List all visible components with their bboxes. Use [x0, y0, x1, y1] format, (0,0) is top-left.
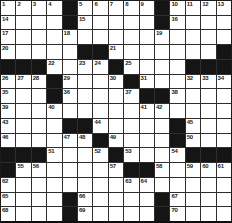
- cell-r14c12[interactable]: 67: [170, 193, 184, 207]
- cell-r10c5[interactable]: 47: [63, 134, 77, 148]
- black-cell-r7c11: [155, 89, 169, 103]
- cell-r1c2[interactable]: 2: [16, 1, 30, 15]
- cell-r12c3[interactable]: 56: [32, 163, 46, 177]
- cell-r1c14[interactable]: 12: [201, 1, 215, 15]
- cell-r12c5[interactable]: [63, 163, 77, 177]
- cell-r5c7[interactable]: 24: [93, 60, 107, 74]
- clue-number-44: 44: [94, 119, 100, 126]
- cell-r10c1[interactable]: 46: [1, 134, 15, 148]
- cell-r14c7[interactable]: [93, 193, 107, 207]
- clue-number-37: 37: [125, 89, 131, 96]
- cell-r10c6[interactable]: 48: [78, 134, 92, 148]
- cell-r8c5[interactable]: [63, 104, 77, 118]
- cell-r10c15[interactable]: [217, 134, 231, 148]
- clue-number-58: 58: [156, 163, 162, 170]
- cell-r9c7[interactable]: 44: [93, 119, 107, 133]
- cell-r2c4[interactable]: [47, 16, 61, 30]
- clue-number-66: 66: [79, 193, 85, 200]
- cell-r3c4[interactable]: [47, 30, 61, 44]
- cell-r6c3[interactable]: 28: [32, 75, 46, 89]
- clue-number-41: 41: [141, 104, 147, 111]
- cell-r1c10[interactable]: 9: [140, 1, 154, 15]
- crossword-grid: 1234567891011121314151617181920212223242…: [0, 0, 232, 223]
- clue-number-34: 34: [218, 75, 224, 82]
- cell-r2c8[interactable]: [109, 16, 123, 30]
- cell-r2c7[interactable]: [93, 16, 107, 30]
- clue-number-26: 26: [2, 75, 8, 82]
- black-cell-r6c9: [124, 75, 138, 89]
- cell-r8c10[interactable]: 41: [140, 104, 154, 118]
- cell-r13c15[interactable]: [217, 178, 231, 192]
- black-cell-r10c7: [93, 134, 107, 148]
- cell-r7c8[interactable]: [109, 89, 123, 103]
- cell-r8c12[interactable]: [170, 104, 184, 118]
- clue-number-38: 38: [171, 89, 177, 96]
- cell-r9c4[interactable]: [47, 119, 61, 133]
- clue-number-69: 69: [79, 207, 85, 214]
- cell-r13c4[interactable]: [47, 178, 61, 192]
- cell-r12c8[interactable]: 57: [109, 163, 123, 177]
- cell-r7c6[interactable]: [78, 89, 92, 103]
- cell-r1c4[interactable]: 4: [47, 1, 61, 15]
- cell-r13c6[interactable]: [78, 178, 92, 192]
- cell-r9c2[interactable]: [16, 119, 30, 133]
- cell-r7c9[interactable]: 37: [124, 89, 138, 103]
- cell-r10c11[interactable]: [155, 134, 169, 148]
- black-cell-r4c6: [78, 45, 92, 59]
- cell-r9c10[interactable]: [140, 119, 154, 133]
- clue-number-9: 9: [141, 1, 144, 8]
- black-cell-r5c14: [201, 60, 215, 74]
- cell-r3c12[interactable]: [170, 30, 184, 44]
- cell-r11c7[interactable]: 52: [93, 148, 107, 162]
- cell-r6c6[interactable]: [78, 75, 92, 89]
- clue-number-16: 16: [171, 16, 177, 23]
- cell-r15c1[interactable]: 68: [1, 207, 15, 221]
- cell-r14c10[interactable]: [140, 193, 154, 207]
- clue-number-42: 42: [156, 104, 162, 111]
- black-cell-r5c2: [16, 60, 30, 74]
- clue-number-2: 2: [17, 1, 20, 8]
- clue-number-8: 8: [125, 1, 128, 8]
- cell-r4c11[interactable]: [155, 45, 169, 59]
- cell-r7c1[interactable]: 35: [1, 89, 15, 103]
- cell-r6c13[interactable]: 32: [186, 75, 200, 89]
- cell-r5c4[interactable]: 22: [47, 60, 61, 74]
- clue-number-55: 55: [17, 163, 23, 170]
- cell-r3c9[interactable]: [124, 30, 138, 44]
- black-cell-r5c13: [186, 60, 200, 74]
- cell-r14c1[interactable]: 65: [1, 193, 15, 207]
- cell-r7c5[interactable]: 36: [63, 89, 77, 103]
- clue-number-11: 11: [187, 1, 193, 8]
- cell-r6c12[interactable]: [170, 75, 184, 89]
- cell-r9c13[interactable]: 45: [186, 119, 200, 133]
- cell-r1c1[interactable]: 1: [1, 1, 15, 15]
- cell-r6c2[interactable]: 27: [16, 75, 30, 89]
- clue-number-36: 36: [64, 89, 70, 96]
- clue-number-39: 39: [2, 104, 8, 111]
- cell-r13c1[interactable]: 62: [1, 178, 15, 192]
- black-cell-r10c12: [170, 134, 184, 148]
- clue-number-60: 60: [202, 163, 208, 170]
- cell-r4c4[interactable]: [47, 45, 61, 59]
- cell-r3c7[interactable]: [93, 30, 107, 44]
- black-cell-r12c9: [124, 163, 138, 177]
- cell-r4c9[interactable]: [124, 45, 138, 59]
- cell-r12c12[interactable]: [170, 163, 184, 177]
- cell-r15c2[interactable]: [16, 207, 30, 221]
- cell-r7c2[interactable]: [16, 89, 30, 103]
- cell-r12c7[interactable]: [93, 163, 107, 177]
- cell-r13c8[interactable]: [109, 178, 123, 192]
- clue-number-54: 54: [171, 148, 177, 155]
- cell-r4c12[interactable]: [170, 45, 184, 59]
- black-cell-r6c4: [47, 75, 61, 89]
- cell-r10c13[interactable]: 50: [186, 134, 200, 148]
- cell-r9c14[interactable]: [201, 119, 215, 133]
- clue-number-70: 70: [171, 207, 177, 214]
- clue-number-23: 23: [79, 60, 85, 67]
- clue-number-10: 10: [171, 1, 177, 8]
- clue-number-59: 59: [187, 163, 193, 170]
- cell-r13c7[interactable]: [93, 178, 107, 192]
- black-cell-r2c11: [155, 16, 169, 30]
- black-cell-r14c5: [63, 193, 77, 207]
- cell-r9c11[interactable]: [155, 119, 169, 133]
- cell-r15c15[interactable]: [217, 207, 231, 221]
- cell-r11c6[interactable]: [78, 148, 92, 162]
- clue-number-27: 27: [17, 75, 23, 82]
- cell-r10c3[interactable]: [32, 134, 46, 148]
- cell-r12c13[interactable]: 59: [186, 163, 200, 177]
- black-cell-r4c7: [93, 45, 107, 59]
- clue-number-21: 21: [110, 45, 116, 52]
- clue-number-19: 19: [156, 30, 162, 37]
- clue-number-3: 3: [33, 1, 36, 8]
- clue-number-13: 13: [218, 1, 224, 8]
- cell-r2c1[interactable]: 14: [1, 16, 15, 30]
- cell-r6c11[interactable]: [155, 75, 169, 89]
- clue-number-62: 62: [2, 178, 8, 185]
- black-cell-r9c12: [170, 119, 184, 133]
- cell-r1c13[interactable]: 11: [186, 1, 200, 15]
- cell-r8c1[interactable]: 39: [1, 104, 15, 118]
- cell-r11c9[interactable]: 53: [124, 148, 138, 162]
- clue-number-50: 50: [187, 134, 193, 141]
- cell-r3c5[interactable]: 18: [63, 30, 77, 44]
- cell-r4c5[interactable]: [63, 45, 77, 59]
- clue-number-61: 61: [218, 163, 224, 170]
- black-cell-r12c10: [140, 163, 154, 177]
- cell-r8c9[interactable]: [124, 104, 138, 118]
- cell-r5c5[interactable]: [63, 60, 77, 74]
- cell-r3c14[interactable]: [201, 30, 215, 44]
- cell-r14c6[interactable]: 66: [78, 193, 92, 207]
- cell-r12c2[interactable]: 55: [16, 163, 30, 177]
- cell-r7c15[interactable]: [217, 89, 231, 103]
- cell-r8c11[interactable]: 42: [155, 104, 169, 118]
- cell-r4c13[interactable]: [186, 45, 200, 59]
- cell-r5c12[interactable]: [170, 60, 184, 74]
- black-cell-r15c5: [63, 207, 77, 221]
- cell-r15c9[interactable]: [124, 207, 138, 221]
- cell-r13c12[interactable]: [170, 178, 184, 192]
- cell-r10c10[interactable]: [140, 134, 154, 148]
- black-cell-r11c13: [186, 148, 200, 162]
- cell-r14c14[interactable]: [201, 193, 215, 207]
- cell-r9c9[interactable]: [124, 119, 138, 133]
- black-cell-r11c8: [109, 148, 123, 162]
- cell-r4c8[interactable]: 21: [109, 45, 123, 59]
- cell-r9c15[interactable]: [217, 119, 231, 133]
- cell-r11c10[interactable]: [140, 148, 154, 162]
- clue-number-35: 35: [2, 89, 8, 96]
- black-cell-r7c4: [47, 89, 61, 103]
- cell-r4c1[interactable]: 20: [1, 45, 15, 59]
- clue-number-57: 57: [110, 163, 116, 170]
- cell-r15c7[interactable]: [93, 207, 107, 221]
- cell-r14c8[interactable]: [109, 193, 123, 207]
- clue-number-49: 49: [110, 134, 116, 141]
- clue-number-33: 33: [202, 75, 208, 82]
- cell-r13c13[interactable]: [186, 178, 200, 192]
- black-cell-r15c11: [155, 207, 169, 221]
- cell-r7c13[interactable]: [186, 89, 200, 103]
- cell-r2c12[interactable]: 16: [170, 16, 184, 30]
- black-cell-r5c15: [217, 60, 231, 74]
- cell-r13c2[interactable]: [16, 178, 30, 192]
- cell-r3c13[interactable]: [186, 30, 200, 44]
- crossword-puzzle: 1234567891011121314151617181920212223242…: [0, 0, 232, 223]
- black-cell-r9c6: [78, 119, 92, 133]
- clue-number-6: 6: [94, 1, 97, 8]
- clue-number-65: 65: [2, 193, 8, 200]
- clue-number-29: 29: [64, 75, 70, 82]
- cell-r6c5[interactable]: 29: [63, 75, 77, 89]
- cell-r8c6[interactable]: [78, 104, 92, 118]
- cell-r6c14[interactable]: 33: [201, 75, 215, 89]
- cell-r8c3[interactable]: [32, 104, 46, 118]
- clue-number-47: 47: [64, 134, 70, 141]
- cell-r14c2[interactable]: [16, 193, 30, 207]
- cell-r15c13[interactable]: [186, 207, 200, 221]
- cell-r9c3[interactable]: [32, 119, 46, 133]
- clue-number-17: 17: [2, 30, 8, 37]
- cell-r4c14[interactable]: [201, 45, 215, 59]
- cell-r1c9[interactable]: 8: [124, 1, 138, 15]
- clue-number-4: 4: [48, 1, 51, 8]
- cell-r3c1[interactable]: 17: [1, 30, 15, 44]
- cell-r14c4[interactable]: [47, 193, 61, 207]
- cell-r2c3[interactable]: [32, 16, 46, 30]
- cell-r1c3[interactable]: 3: [32, 1, 46, 15]
- cell-r13c9[interactable]: 63: [124, 178, 138, 192]
- black-cell-r9c5: [63, 119, 77, 133]
- cell-r3c8[interactable]: [109, 30, 123, 44]
- cell-r13c11[interactable]: [155, 178, 169, 192]
- cell-r2c14[interactable]: [201, 16, 215, 30]
- clue-number-67: 67: [171, 193, 177, 200]
- clue-number-12: 12: [202, 1, 208, 8]
- cell-r8c4[interactable]: 40: [47, 104, 61, 118]
- cell-r10c8[interactable]: 49: [109, 134, 123, 148]
- cell-r8c15[interactable]: [217, 104, 231, 118]
- black-cell-r11c1: [1, 148, 15, 162]
- cell-r3c10[interactable]: [140, 30, 154, 44]
- clue-number-15: 15: [79, 16, 85, 23]
- cell-r5c9[interactable]: 25: [124, 60, 138, 74]
- cell-r5c11[interactable]: [155, 60, 169, 74]
- black-cell-r11c14: [201, 148, 215, 162]
- black-cell-r12c1: [1, 163, 15, 177]
- clue-number-51: 51: [48, 148, 54, 155]
- cell-r5c6[interactable]: 23: [78, 60, 92, 74]
- clue-number-22: 22: [48, 60, 54, 67]
- black-cell-r5c8: [109, 60, 123, 74]
- cell-r2c2[interactable]: [16, 16, 30, 30]
- cell-r13c14[interactable]: [201, 178, 215, 192]
- cell-r14c3[interactable]: [32, 193, 46, 207]
- cell-r6c7[interactable]: [93, 75, 107, 89]
- clue-number-64: 64: [141, 178, 147, 185]
- cell-r1c6[interactable]: 5: [78, 1, 92, 15]
- clue-number-40: 40: [48, 104, 54, 111]
- cell-r8c2[interactable]: [16, 104, 30, 118]
- cell-r12c14[interactable]: 60: [201, 163, 215, 177]
- cell-r9c1[interactable]: 43: [1, 119, 15, 133]
- clue-number-45: 45: [187, 119, 193, 126]
- cell-r10c2[interactable]: [16, 134, 30, 148]
- cell-r14c9[interactable]: [124, 193, 138, 207]
- cell-r8c7[interactable]: [93, 104, 107, 118]
- cell-r13c5[interactable]: [63, 178, 77, 192]
- black-cell-r7c10: [140, 89, 154, 103]
- cell-r7c7[interactable]: [93, 89, 107, 103]
- cell-r2c6[interactable]: 15: [78, 16, 92, 30]
- cell-r14c15[interactable]: [217, 193, 231, 207]
- clue-number-46: 46: [2, 134, 8, 141]
- cell-r3c2[interactable]: [16, 30, 30, 44]
- cell-r3c15[interactable]: [217, 30, 231, 44]
- cell-r9c8[interactable]: [109, 119, 123, 133]
- cell-r15c4[interactable]: [47, 207, 61, 221]
- clue-number-25: 25: [125, 60, 131, 67]
- cell-r6c10[interactable]: 31: [140, 75, 154, 89]
- clue-number-14: 14: [2, 16, 8, 23]
- cell-r7c14[interactable]: [201, 89, 215, 103]
- cell-r6c8[interactable]: 30: [109, 75, 123, 89]
- cell-r12c11[interactable]: 58: [155, 163, 169, 177]
- clue-number-63: 63: [125, 178, 131, 185]
- cell-r3c3[interactable]: [32, 30, 46, 44]
- black-cell-r11c2: [16, 148, 30, 162]
- clue-number-28: 28: [33, 75, 39, 82]
- clue-number-56: 56: [33, 163, 39, 170]
- cell-r7c3[interactable]: [32, 89, 46, 103]
- black-cell-r5c1: [1, 60, 15, 74]
- cell-r10c14[interactable]: [201, 134, 215, 148]
- clue-number-68: 68: [2, 207, 8, 214]
- cell-r13c3[interactable]: [32, 178, 46, 192]
- cell-r15c14[interactable]: [201, 207, 215, 221]
- cell-r2c13[interactable]: [186, 16, 200, 30]
- clue-number-1: 1: [2, 1, 5, 8]
- cell-r3c11[interactable]: 19: [155, 30, 169, 44]
- cell-r12c15[interactable]: 61: [217, 163, 231, 177]
- cell-r12c6[interactable]: [78, 163, 92, 177]
- cell-r10c9[interactable]: [124, 134, 138, 148]
- cell-r15c10[interactable]: [140, 207, 154, 221]
- black-cell-r2c5: [63, 16, 77, 30]
- cell-r10c4[interactable]: [47, 134, 61, 148]
- cell-r8c13[interactable]: [186, 104, 200, 118]
- clue-number-7: 7: [110, 1, 113, 8]
- cell-r13c10[interactable]: 64: [140, 178, 154, 192]
- cell-r8c14[interactable]: [201, 104, 215, 118]
- cell-r4c10[interactable]: [140, 45, 154, 59]
- cell-r3c6[interactable]: [78, 30, 92, 44]
- cell-r15c3[interactable]: [32, 207, 46, 221]
- black-cell-r1c5: [63, 1, 77, 15]
- cell-r2c15[interactable]: [217, 16, 231, 30]
- black-cell-r5c3: [32, 60, 46, 74]
- black-cell-r1c11: [155, 1, 169, 15]
- cell-r2c9[interactable]: [124, 16, 138, 30]
- clue-number-52: 52: [94, 148, 100, 155]
- cell-r2c10[interactable]: [140, 16, 154, 30]
- clue-number-31: 31: [141, 75, 147, 82]
- clue-number-48: 48: [79, 134, 85, 141]
- cell-r12c4[interactable]: [47, 163, 61, 177]
- cell-r6c15[interactable]: 34: [217, 75, 231, 89]
- cell-r6c1[interactable]: 26: [1, 75, 15, 89]
- cell-r8c8[interactable]: [109, 104, 123, 118]
- cell-r1c15[interactable]: 13: [217, 1, 231, 15]
- clue-number-5: 5: [79, 1, 82, 8]
- cell-r15c12[interactable]: 70: [170, 207, 184, 221]
- cell-r14c13[interactable]: [186, 193, 200, 207]
- cell-r4c2[interactable]: [16, 45, 30, 59]
- cell-r15c6[interactable]: 69: [78, 207, 92, 221]
- cell-r1c12[interactable]: 10: [170, 1, 184, 15]
- cell-r4c3[interactable]: [32, 45, 46, 59]
- cell-r5c10[interactable]: [140, 60, 154, 74]
- black-cell-r4c15: [217, 45, 231, 59]
- cell-r11c5[interactable]: [63, 148, 77, 162]
- clue-number-30: 30: [110, 75, 116, 82]
- cell-r7c12[interactable]: 38: [170, 89, 184, 103]
- clue-number-43: 43: [2, 119, 8, 126]
- cell-r1c8[interactable]: 7: [109, 1, 123, 15]
- black-cell-r14c11: [155, 193, 169, 207]
- cell-r1c7[interactable]: 6: [93, 1, 107, 15]
- clue-number-20: 20: [2, 45, 8, 52]
- cell-r11c11[interactable]: [155, 148, 169, 162]
- clue-number-24: 24: [94, 60, 100, 67]
- clue-number-18: 18: [64, 30, 70, 37]
- cell-r11c12[interactable]: 54: [170, 148, 184, 162]
- cell-r11c4[interactable]: 51: [47, 148, 61, 162]
- cell-r15c8[interactable]: [109, 207, 123, 221]
- black-cell-r11c3: [32, 148, 46, 162]
- black-cell-r11c15: [217, 148, 231, 162]
- clue-number-53: 53: [125, 148, 131, 155]
- clue-number-32: 32: [187, 75, 193, 82]
